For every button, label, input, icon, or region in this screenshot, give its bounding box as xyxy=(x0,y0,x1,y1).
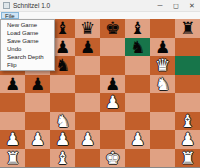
white-pawn: ♟ xyxy=(75,130,100,149)
white-rook: ♜ xyxy=(0,149,25,168)
square-d3[interactable] xyxy=(75,112,100,131)
square-a3[interactable] xyxy=(0,112,25,131)
black-pawn: ♟ xyxy=(0,75,25,94)
square-b5[interactable]: ♟ xyxy=(25,75,50,94)
square-f7[interactable]: ♞ xyxy=(125,38,150,57)
black-knight: ♞ xyxy=(125,38,150,57)
square-f5[interactable] xyxy=(125,75,150,94)
black-pawn: ♟ xyxy=(100,75,125,94)
square-a5[interactable]: ♟ xyxy=(0,75,25,94)
square-f8[interactable]: ♝ xyxy=(125,19,150,38)
white-knight: ♞ xyxy=(50,112,75,131)
close-button[interactable]: ✕ xyxy=(184,0,200,11)
square-h3[interactable]: ♝ xyxy=(175,112,200,131)
square-c2[interactable]: ♟ xyxy=(50,130,75,149)
square-h7[interactable] xyxy=(175,38,200,57)
square-c4[interactable] xyxy=(50,93,75,112)
square-g4[interactable] xyxy=(150,93,175,112)
square-b4[interactable] xyxy=(25,93,50,112)
square-d5[interactable] xyxy=(75,75,100,94)
square-g6[interactable]: ♛ xyxy=(150,56,175,75)
square-b2[interactable]: ♟ xyxy=(25,130,50,149)
menubar: File xyxy=(0,12,200,19)
square-d4[interactable] xyxy=(75,93,100,112)
square-d6[interactable] xyxy=(75,56,100,75)
menuitem-load-game[interactable]: Load Game xyxy=(1,29,54,37)
square-g5[interactable]: ♞ xyxy=(150,75,175,94)
square-e1[interactable]: ♚ xyxy=(100,149,125,168)
white-pawn: ♟ xyxy=(0,130,25,149)
square-b1[interactable] xyxy=(25,149,50,168)
square-c5[interactable] xyxy=(50,75,75,94)
menuitem-new-game[interactable]: New Game xyxy=(1,21,54,29)
square-g2[interactable] xyxy=(150,130,175,149)
menuitem-search-depth[interactable]: Search Depth xyxy=(1,53,54,61)
white-pawn: ♟ xyxy=(50,130,75,149)
menuitem-flip[interactable]: Flip xyxy=(1,61,54,69)
square-d7[interactable]: ♟ xyxy=(75,38,100,57)
square-c1[interactable]: ♝ xyxy=(50,149,75,168)
square-b3[interactable] xyxy=(25,112,50,131)
square-f1[interactable] xyxy=(125,149,150,168)
square-g3[interactable] xyxy=(150,112,175,131)
black-pawn: ♟ xyxy=(150,38,175,57)
black-pawn: ♟ xyxy=(25,75,50,94)
white-pawn: ♟ xyxy=(25,130,50,149)
square-a4[interactable] xyxy=(0,93,25,112)
square-h6[interactable] xyxy=(175,56,200,75)
black-bishop: ♝ xyxy=(125,19,150,38)
white-rook: ♜ xyxy=(175,149,200,168)
white-bishop: ♝ xyxy=(175,112,200,131)
window-controls: ─ ◻ ✕ xyxy=(152,0,200,11)
white-knight: ♞ xyxy=(150,75,175,94)
square-e6[interactable] xyxy=(100,56,125,75)
app-icon xyxy=(3,2,10,9)
square-f2[interactable]: ♟ xyxy=(125,130,150,149)
menuitem-save-game[interactable]: Save Game xyxy=(1,37,54,45)
square-g7[interactable]: ♟ xyxy=(150,38,175,57)
square-e3[interactable] xyxy=(100,112,125,131)
app-window: Schnitzel 1.0 ─ ◻ ✕ File ♜♝♛♚♝♜♟♟♞♟♞♛♟♟♟… xyxy=(0,0,200,167)
square-h5[interactable] xyxy=(175,75,200,94)
titlebar: Schnitzel 1.0 ─ ◻ ✕ xyxy=(0,0,200,12)
white-queen: ♛ xyxy=(150,56,175,75)
square-a2[interactable]: ♟ xyxy=(0,130,25,149)
maximize-button[interactable]: ◻ xyxy=(168,0,184,11)
square-h4[interactable] xyxy=(175,93,200,112)
black-king: ♚ xyxy=(100,19,125,38)
square-d8[interactable]: ♛ xyxy=(75,19,100,38)
square-g1[interactable] xyxy=(150,149,175,168)
black-pawn: ♟ xyxy=(75,38,100,57)
square-e2[interactable] xyxy=(100,130,125,149)
square-e5[interactable]: ♟ xyxy=(100,75,125,94)
file-dropdown-menu: New GameLoad GameSave GameUndoSearch Dep… xyxy=(0,19,55,71)
square-f4[interactable] xyxy=(125,93,150,112)
window-title: Schnitzel 1.0 xyxy=(13,0,152,12)
menuitem-undo[interactable]: Undo xyxy=(1,45,54,53)
square-f6[interactable] xyxy=(125,56,150,75)
square-h1[interactable]: ♜ xyxy=(175,149,200,168)
square-a1[interactable]: ♜ xyxy=(0,149,25,168)
minimize-button[interactable]: ─ xyxy=(152,0,168,11)
square-g8[interactable] xyxy=(150,19,175,38)
square-d2[interactable]: ♟ xyxy=(75,130,100,149)
white-pawn: ♟ xyxy=(100,93,125,112)
white-king: ♚ xyxy=(100,149,125,168)
square-e8[interactable]: ♚ xyxy=(100,19,125,38)
white-bishop: ♝ xyxy=(50,149,75,168)
square-c3[interactable]: ♞ xyxy=(50,112,75,131)
square-h8[interactable]: ♜ xyxy=(175,19,200,38)
white-pawn: ♟ xyxy=(125,130,150,149)
square-e7[interactable] xyxy=(100,38,125,57)
black-rook: ♜ xyxy=(175,19,200,38)
square-h2[interactable]: ♟ xyxy=(175,130,200,149)
square-d1[interactable] xyxy=(75,149,100,168)
white-pawn: ♟ xyxy=(175,130,200,149)
black-queen: ♛ xyxy=(75,19,100,38)
square-f3[interactable] xyxy=(125,112,150,131)
square-e4[interactable]: ♟ xyxy=(100,93,125,112)
